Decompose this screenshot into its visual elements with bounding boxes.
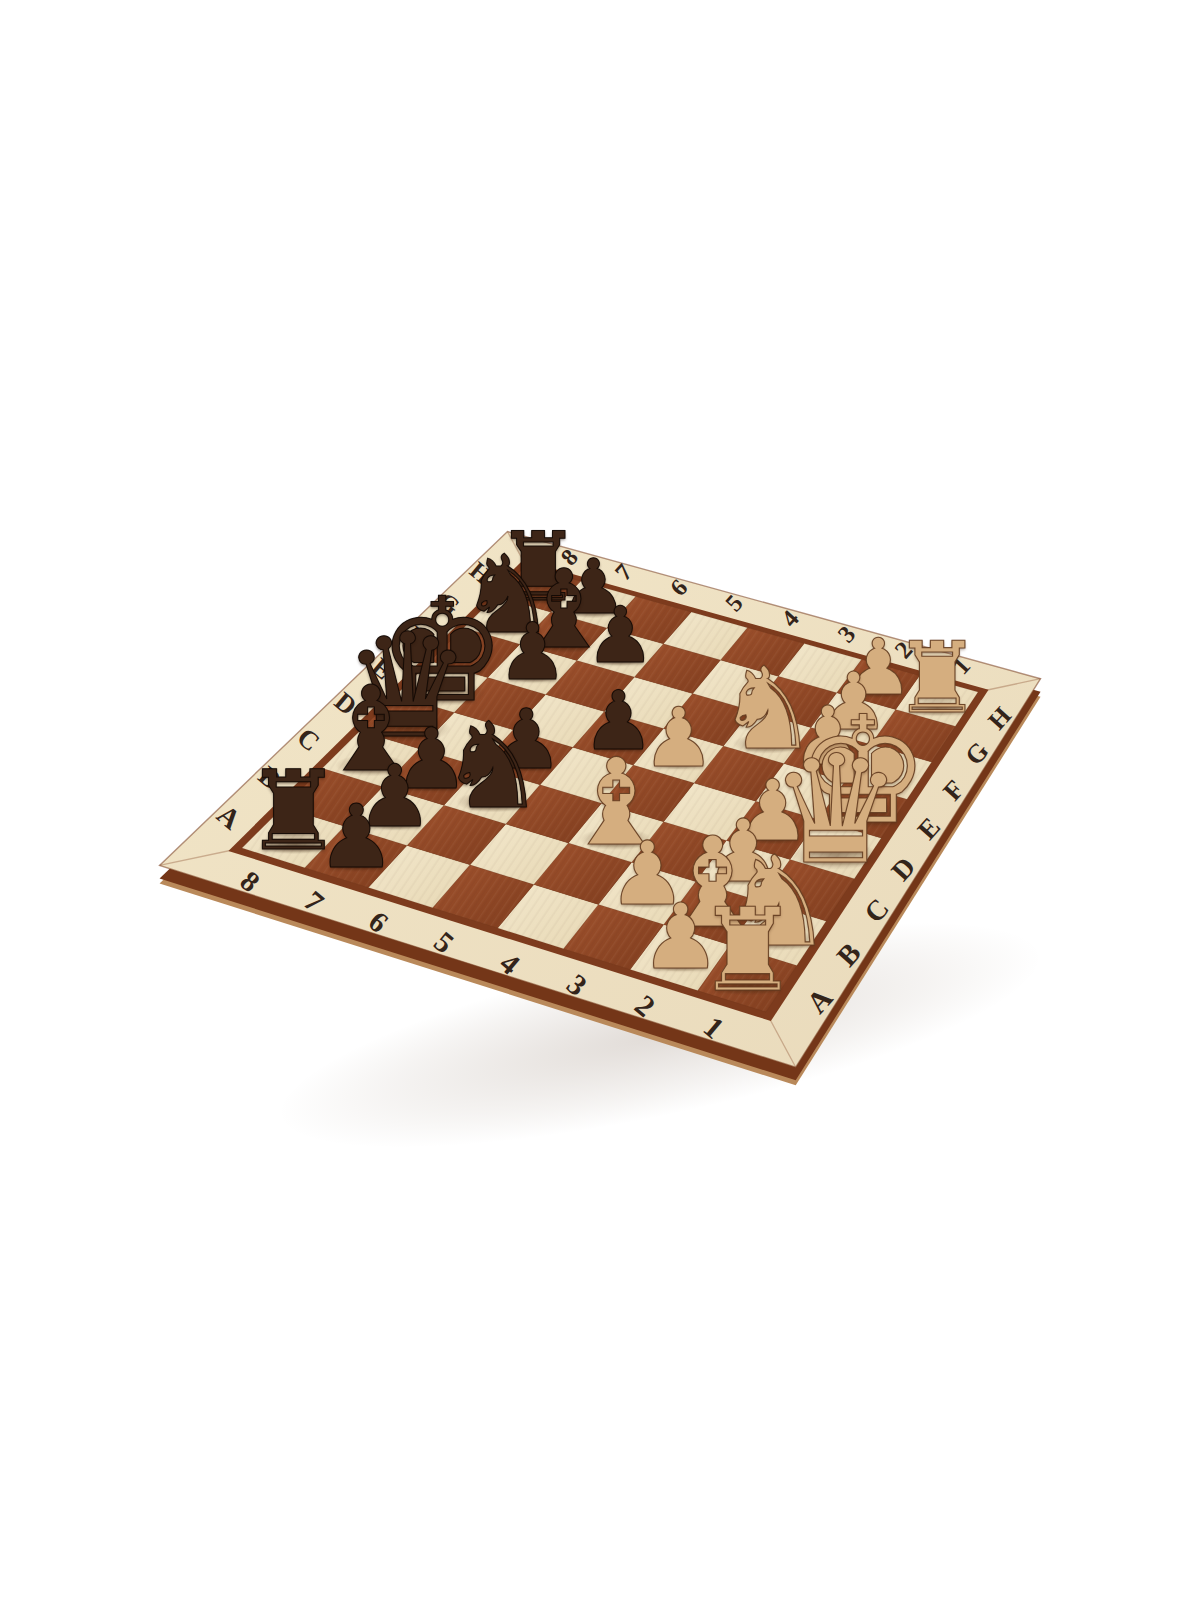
chessboard: AABBCCDDEEFFGGHH1122334455667788	[0, 0, 1200, 1600]
page: { "game": "chess", "scene": "wooden tour…	[0, 0, 1200, 1600]
chessboard-photo: AABBCCDDEEFFGGHH1122334455667788 ♜♟♞♝♟♟♟…	[0, 0, 1200, 1600]
